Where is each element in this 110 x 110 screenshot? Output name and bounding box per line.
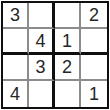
sudoku-cell-r3c1[interactable] bbox=[3, 55, 29, 81]
sudoku-cell-r3c3: 2 bbox=[55, 55, 81, 81]
sudoku-cell-r1c1: 3 bbox=[3, 3, 29, 29]
sudoku-cell-r2c3: 1 bbox=[55, 29, 81, 55]
sudoku-cell-r4c2[interactable] bbox=[29, 81, 55, 107]
sudoku-cell-r1c3[interactable] bbox=[55, 3, 81, 29]
sudoku-cell-r2c2: 4 bbox=[29, 29, 55, 55]
sudoku-board-wrapper: 32413241 bbox=[0, 0, 110, 110]
sudoku-board: 32413241 bbox=[1, 1, 109, 109]
sudoku-cell-r2c4[interactable] bbox=[81, 29, 107, 55]
sudoku-cell-r1c2[interactable] bbox=[29, 3, 55, 29]
sudoku-cell-r3c4[interactable] bbox=[81, 55, 107, 81]
sudoku-cell-r1c4: 2 bbox=[81, 3, 107, 29]
sudoku-cell-r3c2: 3 bbox=[29, 55, 55, 81]
sudoku-cell-r4c3[interactable] bbox=[55, 81, 81, 107]
sudoku-cell-r4c4: 1 bbox=[81, 81, 107, 107]
sudoku-cell-r4c1: 4 bbox=[3, 81, 29, 107]
sudoku-cell-r2c1[interactable] bbox=[3, 29, 29, 55]
